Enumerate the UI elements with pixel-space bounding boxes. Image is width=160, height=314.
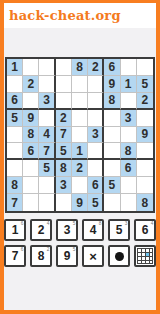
cell-r2c2[interactable]: 2 [23, 76, 39, 93]
digit-button-label: 9 [64, 249, 71, 263]
cell-r9c5[interactable]: 9 [72, 194, 88, 211]
digit-button-label: 3 [64, 223, 71, 237]
cell-r1c9[interactable] [137, 59, 153, 76]
cell-r5c3[interactable]: 4 [39, 127, 55, 144]
cell-r1c6[interactable]: 2 [88, 59, 104, 76]
cell-r1c8[interactable] [121, 59, 137, 76]
cell-r6c6[interactable] [88, 143, 104, 160]
dot-icon [115, 252, 124, 261]
cell-r3c5[interactable] [72, 93, 88, 110]
cell-r1c4[interactable] [56, 59, 72, 76]
cell-r8c1[interactable]: 8 [7, 177, 23, 194]
erase-button[interactable]: × [82, 245, 104, 267]
digit-remaining-badge: 4 [150, 221, 153, 226]
cell-r8c6[interactable]: 6 [88, 177, 104, 194]
cell-r4c9[interactable] [137, 110, 153, 127]
cell-r5c4[interactable]: 7 [56, 127, 72, 144]
cell-r8c9[interactable] [137, 177, 153, 194]
cell-r8c4[interactable]: 3 [56, 177, 72, 194]
digit-button-label: 6 [142, 223, 149, 237]
cell-r3c2[interactable] [23, 93, 39, 110]
cell-r2c7[interactable]: 9 [104, 76, 120, 93]
cell-r4c5[interactable] [72, 110, 88, 127]
cell-r4c7[interactable] [104, 110, 120, 127]
grid-view-button[interactable] [134, 245, 156, 267]
cell-r4c8[interactable]: 3 [121, 110, 137, 127]
cell-r6c8[interactable]: 8 [121, 143, 137, 160]
cell-r4c3[interactable] [39, 110, 55, 127]
cell-r9c7[interactable] [104, 194, 120, 211]
sudoku-board: 18262915638259238473967518582683657958 [5, 57, 155, 213]
cell-r5c9[interactable]: 9 [137, 127, 153, 144]
digit-button-5[interactable]: 53 [108, 219, 130, 241]
digit-button-2[interactable]: 24 [30, 219, 52, 241]
site-title: hack-cheat.org [9, 8, 121, 23]
cell-r1c2[interactable] [23, 59, 39, 76]
digit-button-4[interactable]: 48 [82, 219, 104, 241]
digit-remaining-badge: 5 [72, 247, 75, 252]
cell-r7c3[interactable]: 5 [39, 160, 55, 177]
keypad-row-1: 162435485364 [4, 219, 156, 241]
cell-r6c5[interactable]: 1 [72, 143, 88, 160]
cell-r2c8[interactable]: 1 [121, 76, 137, 93]
cell-r9c9[interactable]: 8 [137, 194, 153, 211]
cell-r4c6[interactable] [88, 110, 104, 127]
digit-button-3[interactable]: 35 [56, 219, 78, 241]
cell-r7c7[interactable] [104, 160, 120, 177]
cell-r3c7[interactable]: 8 [104, 93, 120, 110]
digit-button-label: 4 [90, 223, 97, 237]
cell-r1c3[interactable] [39, 59, 55, 76]
cell-r3c8[interactable] [121, 93, 137, 110]
cell-r2c4[interactable] [56, 76, 72, 93]
cell-r6c9[interactable] [137, 143, 153, 160]
cell-r9c2[interactable] [23, 194, 39, 211]
cell-r2c1[interactable] [7, 76, 23, 93]
cell-r1c5[interactable]: 8 [72, 59, 88, 76]
cell-r4c4[interactable]: 2 [56, 110, 72, 127]
cell-r6c7[interactable] [104, 143, 120, 160]
digit-remaining-badge: 6 [20, 221, 23, 226]
cell-r7c5[interactable]: 2 [72, 160, 88, 177]
cell-r3c6[interactable] [88, 93, 104, 110]
cell-r6c3[interactable]: 7 [39, 143, 55, 160]
cell-r5c5[interactable] [72, 127, 88, 144]
cell-r9c3[interactable] [39, 194, 55, 211]
cell-r7c9[interactable] [137, 160, 153, 177]
cell-r2c9[interactable]: 5 [137, 76, 153, 93]
app-window: hack-cheat.org 1826291563825923847396751… [0, 0, 160, 314]
digit-button-label: 1 [12, 223, 19, 237]
cell-r6c1[interactable] [7, 143, 23, 160]
site-banner: hack-cheat.org [4, 3, 156, 28]
cell-r3c4[interactable] [56, 93, 72, 110]
digit-button-label: 8 [38, 249, 45, 263]
cell-r5c1[interactable] [7, 127, 23, 144]
digit-remaining-badge: 5 [72, 221, 75, 226]
cell-r7c8[interactable]: 6 [121, 160, 137, 177]
digit-button-label: 7 [12, 249, 19, 263]
cell-r5c7[interactable] [104, 127, 120, 144]
keypad-row-2: 768295× [4, 245, 156, 267]
cell-r5c8[interactable] [121, 127, 137, 144]
digit-button-1[interactable]: 16 [4, 219, 26, 241]
digit-button-9[interactable]: 95 [56, 245, 78, 267]
cell-r4c2[interactable]: 9 [23, 110, 39, 127]
cell-r3c3[interactable]: 3 [39, 93, 55, 110]
cell-r3c1[interactable]: 6 [7, 93, 23, 110]
digit-button-label: 5 [116, 223, 123, 237]
mini-grid-icon [137, 248, 153, 264]
cell-r8c3[interactable] [39, 177, 55, 194]
cell-r2c5[interactable] [72, 76, 88, 93]
digit-remaining-badge: 6 [20, 247, 23, 252]
digit-button-8[interactable]: 82 [30, 245, 52, 267]
cell-r6c4[interactable]: 5 [56, 143, 72, 160]
cell-r3c9[interactable]: 2 [137, 93, 153, 110]
cell-r6c2[interactable]: 6 [23, 143, 39, 160]
digit-button-7[interactable]: 76 [4, 245, 26, 267]
digit-remaining-badge: 2 [46, 247, 49, 252]
digit-remaining-badge: 8 [98, 221, 101, 226]
digit-remaining-badge: 4 [46, 221, 49, 226]
cell-r7c2[interactable] [23, 160, 39, 177]
cell-r8c5[interactable] [72, 177, 88, 194]
cell-r5c2[interactable]: 8 [23, 127, 39, 144]
cell-r4c1[interactable]: 5 [7, 110, 23, 127]
cell-r2c6[interactable] [88, 76, 104, 93]
cell-r8c8[interactable] [121, 177, 137, 194]
cell-r8c2[interactable] [23, 177, 39, 194]
cell-r9c8[interactable] [121, 194, 137, 211]
cell-r1c1[interactable]: 1 [7, 59, 23, 76]
cell-r7c6[interactable] [88, 160, 104, 177]
cell-r9c1[interactable]: 7 [7, 194, 23, 211]
digit-remaining-badge: 3 [124, 221, 127, 226]
cell-r7c1[interactable] [7, 160, 23, 177]
erase-icon: × [89, 249, 97, 264]
cell-r2c3[interactable] [39, 76, 55, 93]
cell-r5c6[interactable]: 3 [88, 127, 104, 144]
digit-button-label: 2 [38, 223, 45, 237]
mark-button[interactable] [108, 245, 130, 267]
cell-r8c7[interactable]: 5 [104, 177, 120, 194]
cell-r9c6[interactable]: 5 [88, 194, 104, 211]
cell-r1c7[interactable]: 6 [104, 59, 120, 76]
cell-r7c4[interactable]: 8 [56, 160, 72, 177]
cell-r9c4[interactable] [56, 194, 72, 211]
digit-button-6[interactable]: 64 [134, 219, 156, 241]
